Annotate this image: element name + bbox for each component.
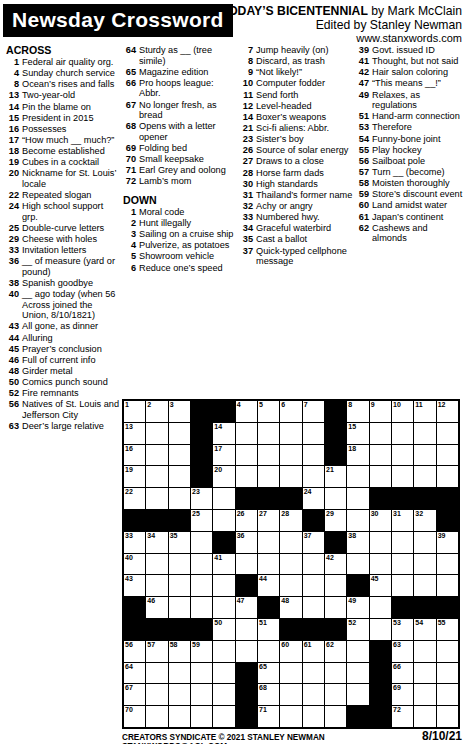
cell-r8c6[interactable] (236, 554, 257, 575)
cell-r11c11[interactable]: 52 (347, 619, 368, 640)
cell-number: 13 (125, 423, 133, 431)
cell-r3c14[interactable] (414, 445, 435, 466)
cell-r12c5[interactable] (213, 641, 234, 662)
cell-r12c14[interactable] (414, 641, 435, 662)
cell-r10c6[interactable]: 47 (236, 597, 257, 618)
clue-d30: 30High standards (240, 179, 354, 190)
black-cell-r11c3 (169, 619, 190, 640)
cell-r5c5[interactable] (213, 488, 234, 509)
clue-text: Sunday church service (22, 68, 120, 79)
cell-r10c3[interactable] (169, 597, 190, 618)
cell-r5c3[interactable] (169, 488, 190, 509)
clue-text: Full of current info (22, 355, 120, 366)
black-cell-r11c10 (325, 619, 346, 640)
black-cell-r12c12 (370, 641, 391, 662)
cell-r2c12[interactable] (370, 423, 391, 444)
clue-text: “How much __ much?” (22, 135, 120, 146)
cell-r4c3[interactable] (169, 466, 190, 487)
clue-text: Therefore (372, 122, 463, 133)
clue-d34: 34Graceful waterbird (240, 223, 354, 234)
cell-number: 14 (214, 423, 222, 431)
cell-r3c13[interactable] (392, 445, 413, 466)
cell-r14c5[interactable] (213, 684, 234, 705)
cell-r14c4[interactable] (191, 684, 212, 705)
cell-r12c2[interactable]: 57 (146, 641, 167, 662)
cell-r4c12[interactable] (370, 466, 391, 487)
cell-r14c7[interactable]: 68 (258, 684, 279, 705)
clue-number: 8 (6, 79, 19, 90)
cell-number: 35 (170, 532, 178, 540)
cell-number: 51 (259, 619, 267, 627)
cell-r10c2[interactable]: 46 (146, 597, 167, 618)
cell-r7c2[interactable]: 34 (146, 532, 167, 553)
cell-r12c4[interactable]: 59 (191, 641, 212, 662)
cell-r10c9[interactable] (303, 597, 324, 618)
cell-r12c9[interactable]: 61 (303, 641, 324, 662)
cell-r12c13[interactable]: 63 (392, 641, 413, 662)
cell-r10c5[interactable] (213, 597, 234, 618)
clue-d59: 59Store’s discount event (356, 189, 463, 200)
clue-a16: 16Possesses (6, 124, 120, 135)
cell-r1c7[interactable]: 5 (258, 401, 279, 422)
cell-r13c8[interactable] (280, 663, 301, 684)
cell-r7c1[interactable]: 33 (124, 532, 145, 553)
cell-r15c4[interactable] (191, 706, 212, 727)
cell-r2c2[interactable] (146, 423, 167, 444)
cell-r6c6[interactable]: 26 (236, 510, 257, 531)
black-cell-r1c10 (325, 401, 346, 422)
black-cell-r5c12 (370, 488, 391, 509)
cell-r2c7[interactable] (258, 423, 279, 444)
cell-r13c14[interactable] (414, 663, 435, 684)
cell-r3c15[interactable] (437, 445, 458, 466)
clue-number: 59 (356, 189, 369, 200)
cell-number: 33 (125, 532, 133, 540)
cell-r15c5[interactable] (213, 706, 234, 727)
clue-text: Deer’s large relative (22, 421, 120, 432)
cell-r7c7[interactable] (258, 532, 279, 553)
cell-r6c7[interactable]: 27 (258, 510, 279, 531)
cell-r15c8[interactable] (280, 706, 301, 727)
cell-r7c14[interactable] (414, 532, 435, 553)
cell-number: 32 (415, 510, 423, 518)
cell-r13c9[interactable] (303, 663, 324, 684)
cell-number: 7 (304, 401, 308, 409)
cell-r4c14[interactable] (414, 466, 435, 487)
cell-r1c2[interactable]: 2 (146, 401, 167, 422)
cell-r14c9[interactable] (303, 684, 324, 705)
cell-r1c14[interactable]: 11 (414, 401, 435, 422)
cell-r15c15[interactable] (437, 706, 458, 727)
clue-d14: 14Boxer’s weapons (240, 112, 354, 123)
clue-a64: 64Sturdy as __ (tree simile) (123, 45, 236, 66)
cell-number: 62 (326, 641, 334, 649)
cell-r8c7[interactable] (258, 554, 279, 575)
cell-r12c10[interactable]: 62 (325, 641, 346, 662)
cell-r5c11[interactable] (347, 488, 368, 509)
cell-r6c5[interactable] (213, 510, 234, 531)
cell-r3c12[interactable] (370, 445, 391, 466)
clue-d62: 62Cashews and almonds (356, 223, 463, 244)
cell-r12c7[interactable] (258, 641, 279, 662)
black-cell-r5c8 (280, 488, 301, 509)
cell-r8c14[interactable] (414, 554, 435, 575)
cell-r1c15[interactable]: 12 (437, 401, 458, 422)
black-cell-r11c9 (303, 619, 324, 640)
cell-r9c13[interactable] (392, 575, 413, 596)
cell-r4c11[interactable] (347, 466, 368, 487)
clue-number: 39 (356, 45, 369, 56)
cell-r3c1[interactable]: 16 (124, 445, 145, 466)
cell-r4c8[interactable] (280, 466, 301, 487)
cell-number: 38 (348, 532, 356, 540)
clue-text: Natives of St. Louis and Jefferson City (22, 399, 120, 420)
cell-number: 18 (348, 445, 356, 453)
cell-r4c7[interactable] (258, 466, 279, 487)
cell-r12c15[interactable] (437, 641, 458, 662)
clue-a50: 50Comics punch sound (6, 377, 120, 388)
cell-r4c6[interactable] (236, 466, 257, 487)
clue-text: Boxer’s weapons (256, 112, 354, 123)
cell-r10c8[interactable]: 48 (280, 597, 301, 618)
cell-r8c3[interactable] (169, 554, 190, 575)
cell-number: 12 (438, 401, 446, 409)
black-cell-r9c6 (236, 575, 257, 596)
cell-r7c15[interactable]: 39 (437, 532, 458, 553)
clue-number: 21 (240, 123, 253, 134)
clue-a72: 72Lamb’s mom (123, 176, 236, 187)
cell-r1c8[interactable]: 6 (280, 401, 301, 422)
cell-r9c9[interactable] (303, 575, 324, 596)
clue-number: 37 (240, 246, 253, 267)
cell-r6c12[interactable]: 30 (370, 510, 391, 531)
cell-r1c1[interactable]: 1 (124, 401, 145, 422)
puzzle-title-line: TODAY’S BICENTENNIAL by Mark McClain (221, 5, 462, 19)
cell-r2c13[interactable] (392, 423, 413, 444)
cell-r10c4[interactable] (191, 597, 212, 618)
cell-r9c14[interactable] (414, 575, 435, 596)
clue-number: 61 (356, 212, 369, 223)
cell-r8c15[interactable] (437, 554, 458, 575)
cell-r2c11[interactable]: 15 (347, 423, 368, 444)
clue-number: 4 (6, 68, 19, 79)
clue-number: 25 (6, 223, 19, 234)
cell-r9c5[interactable] (213, 575, 234, 596)
cell-number: 21 (326, 466, 334, 474)
cell-r8c5[interactable]: 41 (213, 554, 234, 575)
cell-r4c5[interactable]: 20 (213, 466, 234, 487)
cell-r13c7[interactable]: 65 (258, 663, 279, 684)
cell-r2c8[interactable] (280, 423, 301, 444)
cell-r6c11[interactable] (347, 510, 368, 531)
black-cell-r2c10 (325, 423, 346, 444)
cell-r7c12[interactable] (370, 532, 391, 553)
clue-text: Discard, as trash (256, 56, 354, 67)
black-cell-r1c4 (191, 401, 212, 422)
cell-r11c5[interactable]: 50 (213, 619, 234, 640)
cell-r12c8[interactable]: 60 (280, 641, 301, 662)
clue-number: 31 (240, 190, 253, 201)
cell-r13c13[interactable]: 66 (392, 663, 413, 684)
cell-r9c4[interactable] (191, 575, 212, 596)
cell-r15c1[interactable]: 70 (124, 706, 145, 727)
cell-r10c12[interactable] (370, 597, 391, 618)
clue-a1: 1Federal air quality org. (6, 57, 120, 68)
cell-r7c3[interactable]: 35 (169, 532, 190, 553)
cell-r10c11[interactable]: 49 (347, 597, 368, 618)
cell-r4c1[interactable]: 19 (124, 466, 145, 487)
clue-number: 56 (356, 156, 369, 167)
cell-r14c13[interactable]: 69 (392, 684, 413, 705)
cell-r8c12[interactable] (370, 554, 391, 575)
cell-r9c2[interactable] (146, 575, 167, 596)
clue-a43: 43All gone, as dinner (6, 321, 120, 332)
cell-r1c12[interactable]: 9 (370, 401, 391, 422)
cell-number: 36 (237, 532, 245, 540)
cell-number: 55 (438, 619, 446, 627)
cell-r8c4[interactable] (191, 554, 212, 575)
cell-r8c8[interactable] (280, 554, 301, 575)
cell-r1c11[interactable]: 8 (347, 401, 368, 422)
cell-r3c5[interactable]: 17 (213, 445, 234, 466)
cell-r7c11[interactable]: 38 (347, 532, 368, 553)
cell-number: 1 (125, 401, 129, 409)
clue-text: Ocean’s rises and falls (22, 79, 120, 90)
cell-r2c15[interactable] (437, 423, 458, 444)
cell-r9c15[interactable] (437, 575, 458, 596)
cell-r3c6[interactable] (236, 445, 257, 466)
cell-r3c7[interactable] (258, 445, 279, 466)
clue-a56: 56Natives of St. Louis and Jefferson Cit… (6, 399, 120, 420)
cell-r15c3[interactable] (169, 706, 190, 727)
clue-text: Cubes in a cocktail (22, 157, 120, 168)
cell-r14c14[interactable] (414, 684, 435, 705)
clue-d35: 35Cast a ballot (240, 234, 354, 245)
cell-r11c12[interactable] (370, 619, 391, 640)
clue-d57: 57Turn __ (become) (356, 167, 463, 178)
cell-r11c15[interactable]: 55 (437, 619, 458, 640)
black-cell-r5c13 (392, 488, 413, 509)
black-cell-r10c13 (392, 597, 413, 618)
black-cell-r13c12 (370, 663, 391, 684)
black-cell-r5c14 (414, 488, 435, 509)
cell-r7c6[interactable]: 36 (236, 532, 257, 553)
cell-r9c12[interactable]: 45 (370, 575, 391, 596)
cell-r13c15[interactable] (437, 663, 458, 684)
black-cell-r4c4 (191, 466, 212, 487)
cell-r14c15[interactable] (437, 684, 458, 705)
clue-text: Hunt illegally (139, 218, 236, 229)
cell-r5c1[interactable]: 22 (124, 488, 145, 509)
clue-number: 55 (356, 145, 369, 156)
cell-r7c4[interactable] (191, 532, 212, 553)
cell-number: 42 (326, 554, 334, 562)
cell-r13c10[interactable] (325, 663, 346, 684)
cell-number: 68 (259, 684, 267, 692)
clue-column-4: 39Govt. issued ID41Thought, but not said… (356, 45, 463, 244)
cell-r14c11[interactable] (347, 684, 368, 705)
cell-r3c3[interactable] (169, 445, 190, 466)
cell-number: 64 (125, 663, 133, 671)
cell-r3c11[interactable]: 18 (347, 445, 368, 466)
cell-r14c3[interactable] (169, 684, 190, 705)
clue-text: High standards (256, 179, 354, 190)
cell-r12c1[interactable]: 56 (124, 641, 145, 662)
clue-text: Hair salon coloring (372, 67, 463, 78)
cell-r11c7[interactable]: 51 (258, 619, 279, 640)
clue-text: Cashews and almonds (372, 223, 463, 244)
black-cell-r10c15 (437, 597, 458, 618)
cell-r5c4[interactable]: 23 (191, 488, 212, 509)
cell-r14c8[interactable] (280, 684, 301, 705)
clue-number: 41 (356, 56, 369, 67)
cell-r13c3[interactable] (169, 663, 190, 684)
cell-r2c5[interactable]: 14 (213, 423, 234, 444)
clue-a4: 4Sunday church service (6, 68, 120, 79)
cell-r15c13[interactable]: 72 (392, 706, 413, 727)
clue-d54: 54Funny-bone joint (356, 134, 463, 145)
cell-number: 47 (237, 597, 245, 605)
cell-r8c2[interactable] (146, 554, 167, 575)
clue-text: Earl Grey and oolong (139, 165, 236, 176)
cell-r8c13[interactable] (392, 554, 413, 575)
cell-r15c10[interactable] (325, 706, 346, 727)
cell-r4c15[interactable] (437, 466, 458, 487)
clue-text: Moral code (139, 207, 236, 218)
clue-a36: 36__ of measure (yard or pound) (6, 256, 120, 277)
cell-r15c7[interactable]: 71 (258, 706, 279, 727)
black-cell-r15c6 (236, 706, 257, 727)
cell-r11c6[interactable] (236, 619, 257, 640)
clue-number: 32 (240, 201, 253, 212)
clue-d47: 47“This means __!” (356, 78, 463, 89)
cell-r4c10[interactable]: 21 (325, 466, 346, 487)
cell-r8c11[interactable] (347, 554, 368, 575)
clue-text: Pulverize, as potatoes (139, 240, 236, 251)
cell-r13c2[interactable] (146, 663, 167, 684)
cell-r1c13[interactable]: 10 (392, 401, 413, 422)
cell-r6c8[interactable]: 28 (280, 510, 301, 531)
black-cell-r10c14 (414, 597, 435, 618)
clue-number: 50 (6, 377, 19, 388)
cell-r7c8[interactable] (280, 532, 301, 553)
cell-r2c9[interactable] (303, 423, 324, 444)
cell-r9c8[interactable] (280, 575, 301, 596)
clue-number: 3 (123, 229, 136, 240)
clue-number: 48 (6, 366, 19, 377)
clue-d42: 42Hair salon coloring (356, 67, 463, 78)
cell-r3c9[interactable] (303, 445, 324, 466)
clue-number: 5 (123, 251, 136, 262)
cell-r14c1[interactable]: 67 (124, 684, 145, 705)
cell-r12c11[interactable] (347, 641, 368, 662)
clue-number: 29 (6, 234, 19, 245)
cell-r14c10[interactable] (325, 684, 346, 705)
cell-r7c9[interactable]: 37 (303, 532, 324, 553)
clue-d27: 27Draws to a close (240, 156, 354, 167)
cell-r4c13[interactable] (392, 466, 413, 487)
cell-number: 34 (147, 532, 155, 540)
clue-number: 44 (6, 333, 19, 344)
clue-d6: 6Reduce one’s speed (123, 263, 236, 274)
cell-r13c1[interactable]: 64 (124, 663, 145, 684)
cell-r13c4[interactable] (191, 663, 212, 684)
cell-r6c4[interactable]: 25 (191, 510, 212, 531)
cell-r10c10[interactable] (325, 597, 346, 618)
cell-number: 66 (393, 663, 401, 671)
cell-r9c3[interactable] (169, 575, 190, 596)
clue-text: Prayer’s conclusion (22, 344, 120, 355)
cell-r6c13[interactable]: 31 (392, 510, 413, 531)
clue-text: Magazine edition (139, 67, 236, 78)
cell-number: 10 (393, 401, 401, 409)
cell-r5c9[interactable]: 24 (303, 488, 324, 509)
cell-r8c10[interactable]: 42 (325, 554, 346, 575)
clue-text: President in 2015 (22, 113, 120, 124)
cell-r15c9[interactable] (303, 706, 324, 727)
clue-number: 2 (123, 218, 136, 229)
cell-r9c10[interactable] (325, 575, 346, 596)
cell-r2c14[interactable] (414, 423, 435, 444)
black-cell-r6c15 (437, 510, 458, 531)
cell-r13c5[interactable] (213, 663, 234, 684)
cell-r11c13[interactable]: 53 (392, 619, 413, 640)
black-cell-r15c12 (370, 706, 391, 727)
cell-r8c1[interactable]: 40 (124, 554, 145, 575)
cell-r9c7[interactable]: 44 (258, 575, 279, 596)
clue-d11: 11Send forth (240, 90, 354, 101)
cell-r3c2[interactable] (146, 445, 167, 466)
clue-d49: 49Relaxes, as regulations (356, 90, 463, 111)
clue-d26: 26Source of solar energy (240, 145, 354, 156)
cell-r5c10[interactable] (325, 488, 346, 509)
cell-r8c9[interactable] (303, 554, 324, 575)
clue-number: 49 (356, 90, 369, 111)
cell-r12c6[interactable] (236, 641, 257, 662)
cell-r2c3[interactable] (169, 423, 190, 444)
clue-d55: 55Play hockey (356, 145, 463, 156)
cell-r1c3[interactable]: 3 (169, 401, 190, 422)
cell-r2c1[interactable]: 13 (124, 423, 145, 444)
cell-r14c2[interactable] (146, 684, 167, 705)
clue-a25: 25Double-curve letters (6, 223, 120, 234)
cell-r9c1[interactable]: 43 (124, 575, 145, 596)
cell-number: 52 (348, 619, 356, 627)
clue-text: Sailing on a cruise ship (139, 229, 236, 240)
cell-r4c2[interactable] (146, 466, 167, 487)
clue-text: Lamb’s mom (139, 176, 236, 187)
clue-number: 14 (240, 112, 253, 123)
cell-number: 67 (125, 684, 133, 692)
cell-r11c14[interactable]: 54 (414, 619, 435, 640)
cell-r5c2[interactable] (146, 488, 167, 509)
cell-r4c9[interactable] (303, 466, 324, 487)
down-heading: DOWN (123, 195, 236, 206)
cell-r15c14[interactable] (414, 706, 435, 727)
cell-r3c8[interactable] (280, 445, 301, 466)
cell-r7c13[interactable] (392, 532, 413, 553)
cell-number: 46 (147, 597, 155, 605)
cell-r2c6[interactable] (236, 423, 257, 444)
cell-r1c6[interactable]: 4 (236, 401, 257, 422)
cell-r13c11[interactable] (347, 663, 368, 684)
cell-r15c2[interactable] (146, 706, 167, 727)
cell-r6c14[interactable]: 32 (414, 510, 435, 531)
cell-r12c3[interactable]: 58 (169, 641, 190, 662)
cell-r6c10[interactable]: 29 (325, 510, 346, 531)
cell-number: 58 (170, 641, 178, 649)
cell-r1c9[interactable]: 7 (303, 401, 324, 422)
